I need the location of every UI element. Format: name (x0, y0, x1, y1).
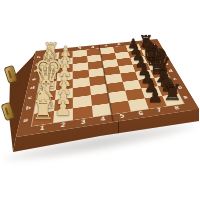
piece-white-rook-a1: ♜ (31, 97, 54, 123)
piece-black-rook-a8: ♜ (163, 82, 183, 104)
chess-set-product-photo: 11hh22gg33ff44ee55dd66cc77bb88aa ♜♞♝♛♚♝♞… (0, 0, 200, 200)
piece-black-pawn-a7: ♟ (148, 88, 164, 105)
piece-white-pawn-a2: ♟ (54, 100, 72, 120)
pieces-layer: ♜♞♝♛♚♝♞♜♟♟♟♟♟♟♟♟♟♟♟♟♟♟♟♟♜♞♝♛♚♝♞♜ (0, 0, 200, 200)
